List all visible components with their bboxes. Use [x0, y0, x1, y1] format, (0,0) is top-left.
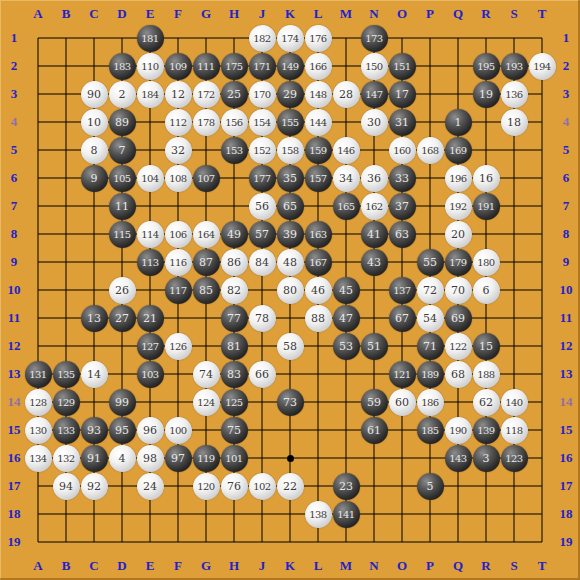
stone-J6-move-177[interactable]: 177 — [249, 165, 276, 192]
star-point-K16 — [287, 455, 294, 462]
row-label-left-17: 17 — [2, 475, 26, 497]
stone-R15-move-139[interactable]: 139 — [473, 417, 500, 444]
stone-E15-move-96[interactable]: 96 — [137, 417, 164, 444]
stone-K12-move-58[interactable]: 58 — [277, 333, 304, 360]
stone-G9-move-87[interactable]: 87 — [193, 249, 220, 276]
stone-R3-move-19[interactable]: 19 — [473, 81, 500, 108]
stone-R13-move-188[interactable]: 188 — [473, 361, 500, 388]
stone-F8-move-106[interactable]: 106 — [165, 221, 192, 248]
stone-C6-move-9[interactable]: 9 — [81, 165, 108, 192]
col-label-top-C: C — [82, 3, 106, 25]
stone-O14-move-60[interactable]: 60 — [389, 389, 416, 416]
col-label-bottom-K: K — [278, 555, 302, 577]
stone-J2-move-171[interactable]: 171 — [249, 53, 276, 80]
stone-O10-move-137[interactable]: 137 — [389, 277, 416, 304]
col-label-top-P: P — [418, 3, 442, 25]
stone-Q12-move-122[interactable]: 122 — [445, 333, 472, 360]
col-label-top-Q: Q — [446, 3, 470, 25]
stone-F5-move-32[interactable]: 32 — [165, 137, 192, 164]
col-label-bottom-L: L — [306, 555, 330, 577]
row-label-left-10: 10 — [2, 279, 26, 301]
stone-O11-move-67[interactable]: 67 — [389, 305, 416, 332]
stone-P15-move-185[interactable]: 185 — [417, 417, 444, 444]
row-label-left-4: 4 — [2, 111, 26, 133]
stone-M18-move-141[interactable]: 141 — [333, 501, 360, 528]
col-label-bottom-T: T — [530, 555, 554, 577]
stone-L11-move-88[interactable]: 88 — [305, 305, 332, 332]
stone-P10-move-72[interactable]: 72 — [417, 277, 444, 304]
stone-N3-move-147[interactable]: 147 — [361, 81, 388, 108]
col-label-bottom-M: M — [334, 555, 358, 577]
stone-R9-move-180[interactable]: 180 — [473, 249, 500, 276]
col-label-bottom-E: E — [138, 555, 162, 577]
stone-K3-move-29[interactable]: 29 — [277, 81, 304, 108]
stone-E13-move-103[interactable]: 103 — [137, 361, 164, 388]
stone-D5-move-7[interactable]: 7 — [109, 137, 136, 164]
stone-L3-move-148[interactable]: 148 — [305, 81, 332, 108]
stone-C11-move-13[interactable]: 13 — [81, 305, 108, 332]
stone-G10-move-85[interactable]: 85 — [193, 277, 220, 304]
col-label-bottom-Q: Q — [446, 555, 470, 577]
stone-Q5-move-169[interactable]: 169 — [445, 137, 472, 164]
stone-O13-move-121[interactable]: 121 — [389, 361, 416, 388]
row-label-right-6: 6 — [554, 167, 578, 189]
stone-H10-move-82[interactable]: 82 — [221, 277, 248, 304]
col-label-top-D: D — [110, 3, 134, 25]
stone-M6-move-34[interactable]: 34 — [333, 165, 360, 192]
stone-S16-move-123[interactable]: 123 — [501, 445, 528, 472]
stone-D10-move-26[interactable]: 26 — [109, 277, 136, 304]
stone-S3-move-136[interactable]: 136 — [501, 81, 528, 108]
stone-H8-move-49[interactable]: 49 — [221, 221, 248, 248]
stone-G3-move-172[interactable]: 172 — [193, 81, 220, 108]
stone-D2-move-183[interactable]: 183 — [109, 53, 136, 80]
stone-R14-move-62[interactable]: 62 — [473, 389, 500, 416]
row-label-left-18: 18 — [2, 503, 26, 525]
stone-S15-move-118[interactable]: 118 — [501, 417, 528, 444]
stone-C17-move-92[interactable]: 92 — [81, 473, 108, 500]
stone-B16-move-132[interactable]: 132 — [53, 445, 80, 472]
stone-Q8-move-20[interactable]: 20 — [445, 221, 472, 248]
stone-D11-move-27[interactable]: 27 — [109, 305, 136, 332]
stone-E16-move-98[interactable]: 98 — [137, 445, 164, 472]
stone-H17-move-76[interactable]: 76 — [221, 473, 248, 500]
row-label-right-4: 4 — [554, 111, 578, 133]
stone-S14-move-140[interactable]: 140 — [501, 389, 528, 416]
stone-F3-move-12[interactable]: 12 — [165, 81, 192, 108]
row-label-right-7: 7 — [554, 195, 578, 217]
stone-F9-move-116[interactable]: 116 — [165, 249, 192, 276]
col-label-top-H: H — [222, 3, 246, 25]
stone-P9-move-55[interactable]: 55 — [417, 249, 444, 276]
stone-T2-move-194[interactable]: 194 — [529, 53, 556, 80]
stone-J17-move-102[interactable]: 102 — [249, 473, 276, 500]
stone-O4-move-31[interactable]: 31 — [389, 109, 416, 136]
row-label-left-7: 7 — [2, 195, 26, 217]
stone-K2-move-149[interactable]: 149 — [277, 53, 304, 80]
row-label-right-13: 13 — [554, 363, 578, 385]
row-label-right-8: 8 — [554, 223, 578, 245]
stone-O7-move-37[interactable]: 37 — [389, 193, 416, 220]
stone-N1-move-173[interactable]: 173 — [361, 25, 388, 52]
stone-N12-move-51[interactable]: 51 — [361, 333, 388, 360]
stone-J9-move-84[interactable]: 84 — [249, 249, 276, 276]
row-label-left-15: 15 — [2, 419, 26, 441]
stone-E9-move-113[interactable]: 113 — [137, 249, 164, 276]
row-label-right-9: 9 — [554, 251, 578, 273]
stone-K8-move-39[interactable]: 39 — [277, 221, 304, 248]
col-label-bottom-N: N — [362, 555, 386, 577]
stone-H16-move-101[interactable]: 101 — [221, 445, 248, 472]
stone-A15-move-130[interactable]: 130 — [25, 417, 52, 444]
stone-Q4-move-1[interactable]: 1 — [445, 109, 472, 136]
stone-E8-move-114[interactable]: 114 — [137, 221, 164, 248]
stone-P13-move-189[interactable]: 189 — [417, 361, 444, 388]
stone-G2-move-111[interactable]: 111 — [193, 53, 220, 80]
col-label-top-R: R — [474, 3, 498, 25]
stone-G6-move-107[interactable]: 107 — [193, 165, 220, 192]
stone-H11-move-77[interactable]: 77 — [221, 305, 248, 332]
col-label-bottom-J: J — [250, 555, 274, 577]
stone-J7-move-56[interactable]: 56 — [249, 193, 276, 220]
stone-J4-move-154[interactable]: 154 — [249, 109, 276, 136]
row-label-left-1: 1 — [2, 27, 26, 49]
stone-G17-move-120[interactable]: 120 — [193, 473, 220, 500]
stone-B15-move-133[interactable]: 133 — [53, 417, 80, 444]
row-label-right-17: 17 — [554, 475, 578, 497]
stone-H13-move-83[interactable]: 83 — [221, 361, 248, 388]
col-label-top-M: M — [334, 3, 358, 25]
row-label-right-19: 19 — [554, 531, 578, 553]
stone-M10-move-45[interactable]: 45 — [333, 277, 360, 304]
stone-D3-move-2[interactable]: 2 — [109, 81, 136, 108]
stone-L18-move-138[interactable]: 138 — [305, 501, 332, 528]
stone-L6-move-157[interactable]: 157 — [305, 165, 332, 192]
stone-C5-move-8[interactable]: 8 — [81, 137, 108, 164]
stone-C4-move-10[interactable]: 10 — [81, 109, 108, 136]
stone-C16-move-91[interactable]: 91 — [81, 445, 108, 472]
stone-R16-move-3[interactable]: 3 — [473, 445, 500, 472]
row-label-right-12: 12 — [554, 335, 578, 357]
row-label-left-16: 16 — [2, 447, 26, 469]
stone-H5-move-153[interactable]: 153 — [221, 137, 248, 164]
row-label-left-9: 9 — [2, 251, 26, 273]
stone-N4-move-30[interactable]: 30 — [361, 109, 388, 136]
stone-Q15-move-190[interactable]: 190 — [445, 417, 472, 444]
stone-N6-move-36[interactable]: 36 — [361, 165, 388, 192]
row-label-right-14: 14 — [554, 391, 578, 413]
col-label-top-N: N — [362, 3, 386, 25]
row-label-left-12: 12 — [2, 335, 26, 357]
stone-N14-move-59[interactable]: 59 — [361, 389, 388, 416]
col-label-top-J: J — [250, 3, 274, 25]
col-label-bottom-P: P — [418, 555, 442, 577]
stone-L2-move-166[interactable]: 166 — [305, 53, 332, 80]
row-label-right-3: 3 — [554, 83, 578, 105]
stone-B14-move-129[interactable]: 129 — [53, 389, 80, 416]
col-label-bottom-O: O — [390, 555, 414, 577]
row-label-right-16: 16 — [554, 447, 578, 469]
stone-D4-move-89[interactable]: 89 — [109, 109, 136, 136]
stone-O3-move-17[interactable]: 17 — [389, 81, 416, 108]
row-label-right-5: 5 — [554, 139, 578, 161]
stone-Q11-move-69[interactable]: 69 — [445, 305, 472, 332]
stone-F15-move-100[interactable]: 100 — [165, 417, 192, 444]
stone-P11-move-54[interactable]: 54 — [417, 305, 444, 332]
stone-H9-move-86[interactable]: 86 — [221, 249, 248, 276]
stone-F6-move-108[interactable]: 108 — [165, 165, 192, 192]
stone-J3-move-170[interactable]: 170 — [249, 81, 276, 108]
row-label-right-18: 18 — [554, 503, 578, 525]
stone-K7-move-65[interactable]: 65 — [277, 193, 304, 220]
col-label-top-S: S — [502, 3, 526, 25]
row-label-left-2: 2 — [2, 55, 26, 77]
stone-K17-move-22[interactable]: 22 — [277, 473, 304, 500]
row-label-left-3: 3 — [2, 83, 26, 105]
stone-M3-move-28[interactable]: 28 — [333, 81, 360, 108]
stone-E1-move-181[interactable]: 181 — [137, 25, 164, 52]
stone-R6-move-16[interactable]: 16 — [473, 165, 500, 192]
col-label-top-G: G — [194, 3, 218, 25]
stone-H15-move-75[interactable]: 75 — [221, 417, 248, 444]
stone-Q16-move-143[interactable]: 143 — [445, 445, 472, 472]
col-label-bottom-B: B — [54, 555, 78, 577]
stone-L8-move-163[interactable]: 163 — [305, 221, 332, 248]
stone-R7-move-191[interactable]: 191 — [473, 193, 500, 220]
stone-K4-move-155[interactable]: 155 — [277, 109, 304, 136]
stone-J11-move-78[interactable]: 78 — [249, 305, 276, 332]
col-label-bottom-R: R — [474, 555, 498, 577]
stone-J5-move-152[interactable]: 152 — [249, 137, 276, 164]
stone-R10-move-6[interactable]: 6 — [473, 277, 500, 304]
stone-L9-move-167[interactable]: 167 — [305, 249, 332, 276]
stone-N2-move-150[interactable]: 150 — [361, 53, 388, 80]
stone-L10-move-46[interactable]: 46 — [305, 277, 332, 304]
row-label-left-6: 6 — [2, 167, 26, 189]
stone-R2-move-195[interactable]: 195 — [473, 53, 500, 80]
stone-H4-move-156[interactable]: 156 — [221, 109, 248, 136]
stone-F12-move-126[interactable]: 126 — [165, 333, 192, 360]
stone-Q10-move-70[interactable]: 70 — [445, 277, 472, 304]
row-label-right-10: 10 — [554, 279, 578, 301]
stone-Q7-move-192[interactable]: 192 — [445, 193, 472, 220]
stone-B13-move-135[interactable]: 135 — [53, 361, 80, 388]
col-label-top-F: F — [166, 3, 190, 25]
stone-J8-move-57[interactable]: 57 — [249, 221, 276, 248]
stone-H2-move-175[interactable]: 175 — [221, 53, 248, 80]
go-board: AABBCCDDEEFFGGHHJJKKLLMMNNOOPPQQRRSSTT11… — [0, 0, 580, 580]
stone-E17-move-24[interactable]: 24 — [137, 473, 164, 500]
stone-N15-move-61[interactable]: 61 — [361, 417, 388, 444]
stone-O5-move-160[interactable]: 160 — [389, 137, 416, 164]
col-label-top-A: A — [26, 3, 50, 25]
stone-O2-move-151[interactable]: 151 — [389, 53, 416, 80]
stone-M17-move-23[interactable]: 23 — [333, 473, 360, 500]
stone-N9-move-43[interactable]: 43 — [361, 249, 388, 276]
col-label-bottom-C: C — [82, 555, 106, 577]
row-label-left-13: 13 — [2, 363, 26, 385]
stone-C15-move-93[interactable]: 93 — [81, 417, 108, 444]
stone-D14-move-99[interactable]: 99 — [109, 389, 136, 416]
row-label-left-11: 11 — [2, 307, 26, 329]
col-label-bottom-G: G — [194, 555, 218, 577]
stone-L4-move-144[interactable]: 144 — [305, 109, 332, 136]
stone-F10-move-117[interactable]: 117 — [165, 277, 192, 304]
stone-N8-move-41[interactable]: 41 — [361, 221, 388, 248]
stone-K10-move-80[interactable]: 80 — [277, 277, 304, 304]
stone-K1-move-174[interactable]: 174 — [277, 25, 304, 52]
stone-P12-move-71[interactable]: 71 — [417, 333, 444, 360]
stone-Q13-move-68[interactable]: 68 — [445, 361, 472, 388]
stone-D7-move-11[interactable]: 11 — [109, 193, 136, 220]
stone-B17-move-94[interactable]: 94 — [53, 473, 80, 500]
stone-K6-move-35[interactable]: 35 — [277, 165, 304, 192]
stone-K5-move-158[interactable]: 158 — [277, 137, 304, 164]
stone-O8-move-63[interactable]: 63 — [389, 221, 416, 248]
stone-J13-move-66[interactable]: 66 — [249, 361, 276, 388]
stone-F16-move-97[interactable]: 97 — [165, 445, 192, 472]
stone-G16-move-119[interactable]: 119 — [193, 445, 220, 472]
col-label-top-E: E — [138, 3, 162, 25]
row-label-left-14: 14 — [2, 391, 26, 413]
col-label-bottom-A: A — [26, 555, 50, 577]
stone-F4-move-112[interactable]: 112 — [165, 109, 192, 136]
col-label-top-K: K — [278, 3, 302, 25]
stone-D15-move-95[interactable]: 95 — [109, 417, 136, 444]
stone-H14-move-125[interactable]: 125 — [221, 389, 248, 416]
stone-L5-move-159[interactable]: 159 — [305, 137, 332, 164]
stone-D8-move-115[interactable]: 115 — [109, 221, 136, 248]
stone-L1-move-176[interactable]: 176 — [305, 25, 332, 52]
stone-P5-move-168[interactable]: 168 — [417, 137, 444, 164]
stone-A13-move-131[interactable]: 131 — [25, 361, 52, 388]
stone-S4-move-18[interactable]: 18 — [501, 109, 528, 136]
stone-E3-move-184[interactable]: 184 — [137, 81, 164, 108]
row-label-right-15: 15 — [554, 419, 578, 441]
col-label-bottom-S: S — [502, 555, 526, 577]
stone-Q9-move-179[interactable]: 179 — [445, 249, 472, 276]
stone-A16-move-134[interactable]: 134 — [25, 445, 52, 472]
stone-E2-move-110[interactable]: 110 — [137, 53, 164, 80]
stone-K14-move-73[interactable]: 73 — [277, 389, 304, 416]
stone-H3-move-25[interactable]: 25 — [221, 81, 248, 108]
col-label-top-T: T — [530, 3, 554, 25]
stone-C3-move-90[interactable]: 90 — [81, 81, 108, 108]
stone-O6-move-33[interactable]: 33 — [389, 165, 416, 192]
row-label-right-2: 2 — [554, 55, 578, 77]
stone-D6-move-105[interactable]: 105 — [109, 165, 136, 192]
stone-E11-move-21[interactable]: 21 — [137, 305, 164, 332]
stone-G8-move-164[interactable]: 164 — [193, 221, 220, 248]
row-label-right-11: 11 — [554, 307, 578, 329]
stone-G13-move-74[interactable]: 74 — [193, 361, 220, 388]
col-label-bottom-H: H — [222, 555, 246, 577]
row-label-left-8: 8 — [2, 223, 26, 245]
stone-E6-move-104[interactable]: 104 — [137, 165, 164, 192]
stone-J1-move-182[interactable]: 182 — [249, 25, 276, 52]
stone-Q6-move-196[interactable]: 196 — [445, 165, 472, 192]
stone-M5-move-146[interactable]: 146 — [333, 137, 360, 164]
col-label-top-L: L — [306, 3, 330, 25]
stone-P14-move-186[interactable]: 186 — [417, 389, 444, 416]
stone-A14-move-128[interactable]: 128 — [25, 389, 52, 416]
stone-R12-move-15[interactable]: 15 — [473, 333, 500, 360]
stone-F2-move-109[interactable]: 109 — [165, 53, 192, 80]
stone-S2-move-193[interactable]: 193 — [501, 53, 528, 80]
col-label-bottom-D: D — [110, 555, 134, 577]
stone-C13-move-14[interactable]: 14 — [81, 361, 108, 388]
row-label-right-1: 1 — [554, 27, 578, 49]
row-label-left-19: 19 — [2, 531, 26, 553]
stone-M12-move-53[interactable]: 53 — [333, 333, 360, 360]
row-label-left-5: 5 — [2, 139, 26, 161]
stone-P17-move-5[interactable]: 5 — [417, 473, 444, 500]
stone-E12-move-127[interactable]: 127 — [137, 333, 164, 360]
col-label-bottom-F: F — [166, 555, 190, 577]
stone-D16-move-4[interactable]: 4 — [109, 445, 136, 472]
stone-M11-move-47[interactable]: 47 — [333, 305, 360, 332]
stone-G4-move-178[interactable]: 178 — [193, 109, 220, 136]
col-label-top-O: O — [390, 3, 414, 25]
stone-N7-move-162[interactable]: 162 — [361, 193, 388, 220]
stone-K9-move-48[interactable]: 48 — [277, 249, 304, 276]
stone-H12-move-81[interactable]: 81 — [221, 333, 248, 360]
stone-G14-move-124[interactable]: 124 — [193, 389, 220, 416]
col-label-top-B: B — [54, 3, 78, 25]
stone-M7-move-165[interactable]: 165 — [333, 193, 360, 220]
